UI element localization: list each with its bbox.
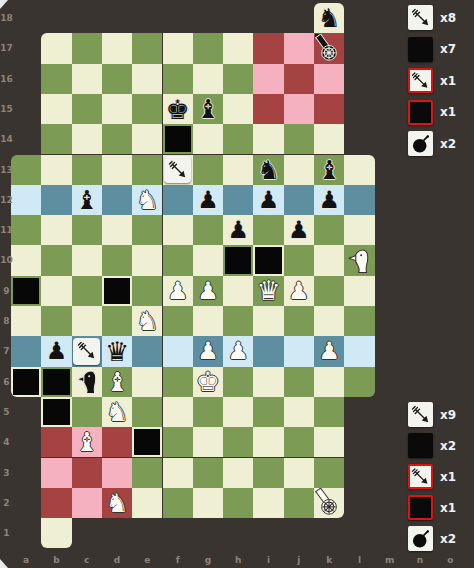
square-l9[interactable] [344,276,374,306]
white-bishop-c4[interactable]: ♝ [72,427,102,457]
legend-count: x1 [440,470,456,484]
square-h14[interactable] [223,124,253,154]
arrows-red-border-icon [408,464,433,489]
square-b11[interactable] [41,215,71,245]
white-cannon-k2[interactable] [314,488,344,518]
square-e5[interactable] [132,397,162,427]
square-l12[interactable] [344,185,374,215]
legend-count: x2 [440,137,456,151]
square-g8[interactable] [193,306,223,336]
square-j12[interactable] [284,185,314,215]
white-duck-l10[interactable] [344,245,374,275]
square-b14[interactable] [41,124,71,154]
pit-hole-h10 [225,247,251,273]
square-c16[interactable] [72,64,102,94]
pit-hole-b6 [43,369,69,395]
rank-label-15: 15 [0,94,13,124]
file-label-a: a [11,555,41,565]
square-h5[interactable] [223,397,253,427]
square-e3[interactable] [132,458,162,488]
legend-count: x7 [440,42,456,56]
black-duck-c6[interactable] [72,367,102,397]
square-d11[interactable] [102,215,132,245]
file-label-m: m [375,555,405,565]
square-a8[interactable] [11,306,41,336]
white-knight-e8[interactable]: ♞ [132,306,162,336]
square-g2[interactable] [193,488,223,518]
square-d13[interactable] [102,155,132,185]
square-b15[interactable] [41,94,71,124]
square-d12[interactable] [102,185,132,215]
square-j6[interactable] [284,367,314,397]
square-k8[interactable] [314,306,344,336]
square-c3[interactable] [72,458,102,488]
square-h8[interactable] [223,306,253,336]
square-a10[interactable] [11,245,41,275]
square-d15[interactable] [102,94,132,124]
square-j4[interactable] [284,427,314,457]
black-knight-i13[interactable]: ♞ [253,155,283,185]
white-queen-i9[interactable]: ♛ [253,276,283,306]
file-label-o: o [435,555,465,565]
square-i16[interactable] [253,64,283,94]
square-g16[interactable] [193,64,223,94]
file-label-h: h [223,555,253,565]
square-f12[interactable] [163,185,193,215]
square-h17[interactable] [223,33,253,63]
square-j15[interactable] [284,94,314,124]
square-h9[interactable] [223,276,253,306]
legend-top-item-black-square[interactable]: x7 [408,37,456,62]
square-d8[interactable] [102,306,132,336]
black-square-icon [408,37,433,62]
square-g17[interactable] [193,33,223,63]
square-i2[interactable] [253,488,283,518]
square-f17[interactable] [163,33,193,63]
white-bishop-d6[interactable]: ♝ [102,367,132,397]
square-f6[interactable] [163,367,193,397]
square-i7[interactable] [253,336,283,366]
legend-top-item-arrows-red-border[interactable]: x1 [408,68,456,93]
square-h16[interactable] [223,64,253,94]
white-knight-d2[interactable]: ♞ [102,488,132,518]
white-knight-e12[interactable]: ♞ [132,185,162,215]
square-f7[interactable] [163,336,193,366]
square-d16[interactable] [102,64,132,94]
file-label-c: c [72,555,102,565]
square-j7[interactable] [284,336,314,366]
legend-top-item-arrows[interactable]: x8 [408,5,456,30]
square-h12[interactable] [223,185,253,215]
square-b3[interactable] [41,458,71,488]
square-i11[interactable] [253,215,283,245]
square-d4[interactable] [102,427,132,457]
square-h6[interactable] [223,367,253,397]
square-j10[interactable] [284,245,314,275]
white-pawn-g9[interactable]: ♟ [193,276,223,306]
square-j14[interactable] [284,124,314,154]
square-i5[interactable] [253,397,283,427]
legend-count: x2 [440,532,456,546]
square-e16[interactable] [132,64,162,94]
legend-bottom-item-black-square[interactable]: x2 [408,433,456,458]
game-stage: ♞♚♝♞♝♝♞♟♟♟♟♟♛♟♟♟♞♟♛♟♟♟♝♚♞♝♞ abcdefghijkl… [0,0,474,568]
square-j17[interactable] [284,33,314,63]
legend-bottom-item-bomb[interactable]: x2 [408,526,456,551]
black-pawn-k12[interactable]: ♟ [314,185,344,215]
arrow-volley-item-f13[interactable] [164,156,191,183]
black-advisor-g15[interactable]: ♝ [193,94,223,124]
black-pawn-g12[interactable]: ♟ [193,185,223,215]
square-g10[interactable] [193,245,223,275]
legend-bottom-item-arrows-red-border[interactable]: x1 [408,464,456,489]
square-j5[interactable] [284,397,314,427]
file-label-d: d [102,555,132,565]
square-h13[interactable] [223,155,253,185]
square-b2[interactable] [41,488,71,518]
legend-bottom-item-arrows[interactable]: x9 [408,402,456,427]
square-k11[interactable] [314,215,344,245]
legend-top-item-black-square-red-border[interactable]: x1 [408,100,456,125]
square-b17[interactable] [41,33,71,63]
square-e2[interactable] [132,488,162,518]
file-label-b: b [41,555,71,565]
file-label-k: k [314,555,344,565]
square-j8[interactable] [284,306,314,336]
square-k5[interactable] [314,397,344,427]
square-g4[interactable] [193,427,223,457]
rank-label-17: 17 [0,33,13,63]
square-h15[interactable] [223,94,253,124]
square-j16[interactable] [284,64,314,94]
square-f3[interactable] [163,458,193,488]
square-e15[interactable] [132,94,162,124]
square-i15[interactable] [253,94,283,124]
square-c8[interactable] [72,306,102,336]
square-f10[interactable] [163,245,193,275]
square-g5[interactable] [193,397,223,427]
legend-bottom-item-black-square-red-border[interactable]: x1 [408,495,456,520]
square-b13[interactable] [41,155,71,185]
square-g3[interactable] [193,458,223,488]
legend-count: x8 [440,11,456,25]
legend-count: x1 [440,74,456,88]
square-e11[interactable] [132,215,162,245]
square-f2[interactable] [163,488,193,518]
square-i3[interactable] [253,458,283,488]
square-d10[interactable] [102,245,132,275]
square-b12[interactable] [41,185,71,215]
square-k16[interactable] [314,64,344,94]
square-g14[interactable] [193,124,223,154]
square-b4[interactable] [41,427,71,457]
square-k6[interactable] [314,367,344,397]
legend-count: x9 [440,408,456,422]
legend-count: x1 [440,501,456,515]
square-a13[interactable] [11,155,41,185]
square-h2[interactable] [223,488,253,518]
square-k10[interactable] [314,245,344,275]
square-g13[interactable] [193,155,223,185]
square-g11[interactable] [193,215,223,245]
square-j2[interactable] [284,488,314,518]
white-pawn-g7[interactable]: ♟ [193,336,223,366]
square-b16[interactable] [41,64,71,94]
black-bishop-c12[interactable]: ♝ [72,185,102,215]
square-a12[interactable] [11,185,41,215]
square-i6[interactable] [253,367,283,397]
file-label-g: g [193,555,223,565]
square-c2[interactable] [72,488,102,518]
rank-label-1: 1 [0,518,13,548]
black-queen-d7[interactable]: ♛ [102,336,132,366]
square-k9[interactable] [314,276,344,306]
legend-count: x2 [440,439,456,453]
black-square-red-border-icon [408,495,433,520]
square-h4[interactable] [223,427,253,457]
file-label-e: e [132,555,162,565]
square-l7[interactable] [344,336,374,366]
rank-label-3: 3 [0,458,13,488]
pit-hole-e4 [134,429,160,455]
bomb-icon [408,131,433,156]
black-cannon-k17[interactable] [314,33,344,63]
square-e13[interactable] [132,155,162,185]
square-f11[interactable] [163,215,193,245]
file-label-i: i [253,555,283,565]
square-e14[interactable] [132,124,162,154]
square-d17[interactable] [102,33,132,63]
square-e17[interactable] [132,33,162,63]
pit-hole-a9 [13,278,39,304]
square-a11[interactable] [11,215,41,245]
pit-hole-f14 [165,126,191,152]
square-j3[interactable] [284,458,314,488]
arrows-icon [408,402,433,427]
square-c10[interactable] [72,245,102,275]
rank-label-11: 11 [0,215,13,245]
square-e7[interactable] [132,336,162,366]
square-f16[interactable] [163,64,193,94]
black-knight-k18[interactable]: ♞ [314,3,344,33]
file-label-n: n [405,555,435,565]
square-l6[interactable] [344,367,374,397]
white-pawn-h7[interactable]: ♟ [223,336,253,366]
square-c11[interactable] [72,215,102,245]
square-i4[interactable] [253,427,283,457]
square-l11[interactable] [344,215,374,245]
legend-count: x1 [440,105,456,119]
rank-label-10: 10 [0,245,13,275]
white-knight-d5[interactable]: ♞ [102,397,132,427]
square-l8[interactable] [344,306,374,336]
square-j13[interactable] [284,155,314,185]
black-advisor-k13[interactable]: ♝ [314,155,344,185]
square-a7[interactable] [11,336,41,366]
black-pawn-j11[interactable]: ♟ [284,215,314,245]
arrows-icon [408,5,433,30]
square-c9[interactable] [72,276,102,306]
square-c14[interactable] [72,124,102,154]
arrows-red-border-icon [408,68,433,93]
rank-label-14: 14 [0,124,13,154]
bomb-icon [408,526,433,551]
rank-label-2: 2 [0,488,13,518]
square-b10[interactable] [41,245,71,275]
rank-label-8: 8 [0,306,13,336]
square-d3[interactable] [102,458,132,488]
square-k3[interactable] [314,458,344,488]
square-l13[interactable] [344,155,374,185]
file-label-f: f [163,555,193,565]
square-i17[interactable] [253,33,283,63]
square-e9[interactable] [132,276,162,306]
pit-hole-d9 [104,278,130,304]
square-b9[interactable] [41,276,71,306]
square-e6[interactable] [132,367,162,397]
rank-label-6: 6 [0,367,13,397]
file-label-l: l [344,555,374,565]
file-label-j: j [284,555,314,565]
black-square-icon [408,433,433,458]
square-k4[interactable] [314,427,344,457]
rank-label-12: 12 [0,185,13,215]
white-pawn-j9[interactable]: ♟ [284,276,314,306]
arrow-volley-item-c7[interactable] [73,338,100,365]
black-pawn-b7[interactable]: ♟ [41,336,71,366]
black-king-f15[interactable]: ♚ [163,94,193,124]
square-c17[interactable] [72,33,102,63]
pit-hole-a6 [13,369,39,395]
square-k15[interactable] [314,94,344,124]
black-pawn-i12[interactable]: ♟ [253,185,283,215]
rank-label-4: 4 [0,427,13,457]
white-king-g6[interactable]: ♚ [193,367,223,397]
rank-label-7: 7 [0,336,13,366]
black-pawn-h11[interactable]: ♟ [223,215,253,245]
square-f4[interactable] [163,427,193,457]
cursor-artifact-top-left [0,0,8,9]
pit-hole-b5 [43,399,69,425]
cursor-artifact-bottom-left [0,559,8,568]
rank-label-9: 9 [0,276,13,306]
rank-label-5: 5 [0,397,13,427]
square-c13[interactable] [72,155,102,185]
rank-label-13: 13 [0,155,13,185]
square-e10[interactable] [132,245,162,275]
square-i8[interactable] [253,306,283,336]
square-f5[interactable] [163,397,193,427]
black-square-red-border-icon [408,100,433,125]
square-c15[interactable] [72,94,102,124]
rank-label-16: 16 [0,64,13,94]
square-b8[interactable] [41,306,71,336]
square-f8[interactable] [163,306,193,336]
white-pawn-k7[interactable]: ♟ [314,336,344,366]
square-b1[interactable] [41,518,71,548]
square-d14[interactable] [102,124,132,154]
square-k14[interactable] [314,124,344,154]
legend-top-item-bomb[interactable]: x2 [408,131,456,156]
square-h3[interactable] [223,458,253,488]
pit-hole-i10 [255,247,281,273]
square-c5[interactable] [72,397,102,427]
white-pawn-f9[interactable]: ♟ [163,276,193,306]
square-i14[interactable] [253,124,283,154]
